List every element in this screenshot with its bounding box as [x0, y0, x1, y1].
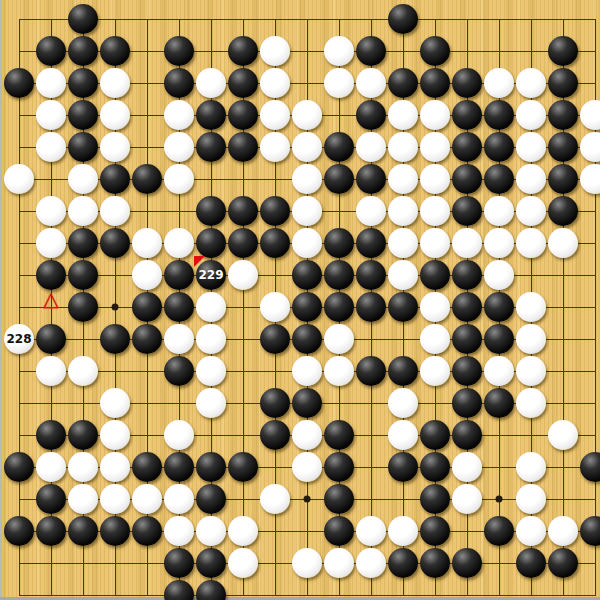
- move-number-label: 229: [198, 269, 223, 281]
- black-stone: [452, 132, 482, 162]
- white-stone: [324, 548, 354, 578]
- white-stone: [100, 68, 130, 98]
- black-stone: [484, 292, 514, 322]
- black-stone: [356, 292, 386, 322]
- white-stone: [516, 68, 546, 98]
- black-stone: [388, 292, 418, 322]
- black-stone: [68, 132, 98, 162]
- white-stone: [164, 484, 194, 514]
- white-stone: [36, 356, 66, 386]
- black-stone: [356, 356, 386, 386]
- white-stone: [548, 228, 578, 258]
- white-stone: [132, 484, 162, 514]
- white-stone: [68, 196, 98, 226]
- black-stone: [196, 484, 226, 514]
- black-stone: [420, 68, 450, 98]
- black-stone: [388, 452, 418, 482]
- black-stone: [132, 164, 162, 194]
- white-stone: [260, 292, 290, 322]
- white-stone: 228: [4, 324, 34, 354]
- white-stone: [36, 196, 66, 226]
- white-stone: [36, 100, 66, 130]
- black-stone: [36, 36, 66, 66]
- black-stone: [452, 68, 482, 98]
- black-stone: [452, 324, 482, 354]
- black-stone: [452, 164, 482, 194]
- hoshi-point: [112, 304, 119, 311]
- black-stone: [164, 68, 194, 98]
- black-stone: [132, 324, 162, 354]
- white-stone: [292, 548, 322, 578]
- black-stone: [132, 292, 162, 322]
- black-stone: [196, 452, 226, 482]
- white-stone: [356, 68, 386, 98]
- white-stone: [516, 324, 546, 354]
- white-stone: [420, 324, 450, 354]
- white-stone: [516, 132, 546, 162]
- white-stone: [484, 196, 514, 226]
- goban[interactable]: 229228△: [0, 0, 600, 600]
- white-stone: [388, 420, 418, 450]
- black-stone: [260, 228, 290, 258]
- black-stone: [228, 68, 258, 98]
- white-stone: [36, 132, 66, 162]
- black-stone: [228, 452, 258, 482]
- white-stone: [68, 452, 98, 482]
- black-stone: [548, 548, 578, 578]
- black-stone: [292, 324, 322, 354]
- white-stone: [100, 132, 130, 162]
- white-stone: [164, 324, 194, 354]
- white-stone: [388, 132, 418, 162]
- black-stone: [324, 132, 354, 162]
- move-number-label: 228: [6, 333, 31, 345]
- black-stone: [36, 420, 66, 450]
- black-stone: [228, 196, 258, 226]
- black-stone: [356, 260, 386, 290]
- black-stone: [132, 452, 162, 482]
- black-stone: [548, 196, 578, 226]
- black-stone: [484, 388, 514, 418]
- black-stone: [452, 100, 482, 130]
- black-stone: [324, 228, 354, 258]
- black-stone: [516, 548, 546, 578]
- white-stone: [260, 100, 290, 130]
- black-stone: [548, 36, 578, 66]
- black-stone: [452, 196, 482, 226]
- last-move-red-triangle-icon: [194, 256, 205, 267]
- white-stone: [100, 484, 130, 514]
- black-stone: [292, 388, 322, 418]
- white-stone: [292, 356, 322, 386]
- black-stone: [68, 4, 98, 34]
- black-stone: [164, 452, 194, 482]
- white-stone: [548, 420, 578, 450]
- white-stone: [516, 356, 546, 386]
- white-stone: [164, 516, 194, 546]
- white-stone: [388, 164, 418, 194]
- white-stone: [292, 452, 322, 482]
- white-stone: [68, 164, 98, 194]
- black-stone: [4, 516, 34, 546]
- black-stone: [228, 36, 258, 66]
- white-stone: [4, 164, 34, 194]
- black-stone: [4, 452, 34, 482]
- black-stone: [420, 452, 450, 482]
- white-stone: [484, 356, 514, 386]
- black-stone: [356, 164, 386, 194]
- black-stone: [452, 356, 482, 386]
- black-stone: [388, 4, 418, 34]
- hoshi-point: [496, 496, 503, 503]
- white-stone: [420, 164, 450, 194]
- black-stone: [196, 100, 226, 130]
- white-stone: [324, 356, 354, 386]
- white-stone: [164, 164, 194, 194]
- black-stone: [420, 484, 450, 514]
- black-stone: [324, 420, 354, 450]
- black-stone: [132, 516, 162, 546]
- white-stone: [516, 388, 546, 418]
- white-stone: [516, 452, 546, 482]
- white-stone: [164, 100, 194, 130]
- white-stone: [132, 228, 162, 258]
- black-stone: [356, 100, 386, 130]
- black-stone: [452, 292, 482, 322]
- black-stone: [452, 420, 482, 450]
- white-stone: [68, 356, 98, 386]
- white-stone: [132, 260, 162, 290]
- black-stone: [484, 324, 514, 354]
- white-stone: [292, 132, 322, 162]
- black-stone: [260, 388, 290, 418]
- white-stone: [196, 516, 226, 546]
- black-stone: [164, 36, 194, 66]
- black-stone: [100, 228, 130, 258]
- white-stone: [36, 228, 66, 258]
- white-stone: [100, 420, 130, 450]
- white-stone: [228, 548, 258, 578]
- white-stone: [452, 452, 482, 482]
- black-stone: [484, 100, 514, 130]
- black-stone: [100, 324, 130, 354]
- black-stone: [420, 548, 450, 578]
- black-stone: [324, 452, 354, 482]
- white-stone: [388, 388, 418, 418]
- black-stone: [228, 100, 258, 130]
- black-stone: [196, 228, 226, 258]
- black-stone: [68, 228, 98, 258]
- black-stone: [324, 484, 354, 514]
- black-stone: [164, 292, 194, 322]
- black-stone: [260, 196, 290, 226]
- white-stone: [420, 292, 450, 322]
- black-stone: [196, 548, 226, 578]
- hoshi-point: [304, 496, 311, 503]
- white-stone: [420, 132, 450, 162]
- black-stone: [484, 164, 514, 194]
- white-stone: [324, 324, 354, 354]
- white-stone: [292, 420, 322, 450]
- black-stone: [452, 388, 482, 418]
- black-stone: [100, 516, 130, 546]
- white-stone: [292, 100, 322, 130]
- white-stone: [292, 164, 322, 194]
- black-stone: [356, 228, 386, 258]
- black-stone: [420, 260, 450, 290]
- white-stone: [484, 228, 514, 258]
- black-stone: [388, 356, 418, 386]
- black-stone: [484, 132, 514, 162]
- black-stone: [68, 292, 98, 322]
- black-stone: [68, 260, 98, 290]
- white-stone: [420, 100, 450, 130]
- white-stone: [260, 68, 290, 98]
- black-stone: [164, 356, 194, 386]
- white-stone: [516, 292, 546, 322]
- black-stone: [420, 516, 450, 546]
- black-stone: [420, 420, 450, 450]
- black-stone: [68, 36, 98, 66]
- black-stone: [292, 292, 322, 322]
- white-stone: [36, 68, 66, 98]
- white-stone: [388, 196, 418, 226]
- white-stone: [452, 228, 482, 258]
- black-stone: [164, 548, 194, 578]
- white-stone: [100, 452, 130, 482]
- black-stone: [100, 164, 130, 194]
- white-stone: [100, 100, 130, 130]
- black-stone: [196, 132, 226, 162]
- white-stone: [164, 420, 194, 450]
- white-stone: [196, 324, 226, 354]
- black-stone: [356, 36, 386, 66]
- black-stone: [324, 260, 354, 290]
- window-edge-left: [0, 0, 2, 600]
- white-stone: [516, 516, 546, 546]
- black-stone: [260, 420, 290, 450]
- black-stone: [452, 260, 482, 290]
- black-stone: [420, 36, 450, 66]
- black-stone: [548, 164, 578, 194]
- black-stone: [68, 420, 98, 450]
- white-stone: [228, 516, 258, 546]
- white-stone: [388, 516, 418, 546]
- black-stone: [388, 68, 418, 98]
- white-stone: [356, 132, 386, 162]
- white-stone: [100, 196, 130, 226]
- black-stone: [388, 548, 418, 578]
- red-open-triangle-marker-icon: △: [43, 289, 58, 309]
- black-stone: [100, 36, 130, 66]
- white-stone: [388, 228, 418, 258]
- white-stone: [196, 388, 226, 418]
- black-stone: 229: [196, 260, 226, 290]
- black-stone: [324, 164, 354, 194]
- black-stone: [196, 196, 226, 226]
- white-stone: [516, 228, 546, 258]
- white-stone: [548, 516, 578, 546]
- white-stone: [452, 484, 482, 514]
- white-stone: [68, 484, 98, 514]
- white-stone: [164, 132, 194, 162]
- black-stone: [68, 516, 98, 546]
- white-stone: [260, 132, 290, 162]
- white-stone: [388, 100, 418, 130]
- white-stone: [484, 68, 514, 98]
- white-stone: [356, 516, 386, 546]
- white-stone: [516, 164, 546, 194]
- white-stone: [292, 228, 322, 258]
- white-stone: [324, 36, 354, 66]
- black-stone: [324, 292, 354, 322]
- white-stone: [356, 196, 386, 226]
- white-stone: [420, 356, 450, 386]
- white-stone: [196, 356, 226, 386]
- white-stone: [324, 68, 354, 98]
- black-stone: [484, 516, 514, 546]
- white-stone: [388, 260, 418, 290]
- white-stone: [516, 100, 546, 130]
- white-stone: [164, 228, 194, 258]
- black-stone: [4, 68, 34, 98]
- white-stone: [196, 68, 226, 98]
- white-stone: [260, 484, 290, 514]
- black-stone: [292, 260, 322, 290]
- white-stone: [260, 36, 290, 66]
- black-stone: [548, 100, 578, 130]
- white-stone: [292, 196, 322, 226]
- white-stone: [356, 548, 386, 578]
- white-stone: [228, 260, 258, 290]
- white-stone: [516, 196, 546, 226]
- black-stone: [260, 324, 290, 354]
- black-stone: [452, 548, 482, 578]
- black-stone: [36, 260, 66, 290]
- white-stone: [196, 292, 226, 322]
- black-stone: [324, 516, 354, 546]
- black-stone: [36, 484, 66, 514]
- white-stone: [36, 452, 66, 482]
- black-stone: [228, 132, 258, 162]
- white-stone: [484, 260, 514, 290]
- black-stone: [548, 132, 578, 162]
- black-stone: [164, 260, 194, 290]
- white-stone: [420, 196, 450, 226]
- black-stone: [68, 68, 98, 98]
- black-stone: [36, 516, 66, 546]
- white-stone: [516, 484, 546, 514]
- black-stone: [36, 324, 66, 354]
- white-stone: [100, 388, 130, 418]
- black-stone: [228, 228, 258, 258]
- white-stone: [420, 228, 450, 258]
- black-stone: [548, 68, 578, 98]
- black-stone: [68, 100, 98, 130]
